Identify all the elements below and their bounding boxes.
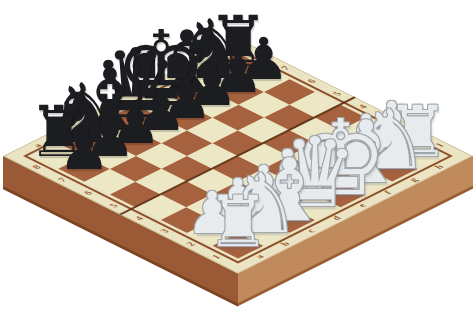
black-pawn-a7[interactable]: ♟ bbox=[58, 120, 110, 178]
white-rook-a1[interactable]: ♜ bbox=[207, 186, 270, 256]
chessboard-scene: aabbccddeeffgghh8877665544332211 ♜♞♝♛♚♝♞… bbox=[0, 0, 474, 314]
pieces-layer: ♜♞♝♛♚♝♞♜♟♟♟♟♟♟♟♟♟♟♟♟♟♟♟♟♜♞♝♛♚♝♞♜ bbox=[0, 0, 474, 314]
